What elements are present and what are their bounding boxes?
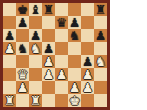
square-e6[interactable] <box>55 29 68 42</box>
piece-white-pawn-d4[interactable]: ♟ <box>43 55 54 68</box>
page-background: ♚♝♜♜♟♛♟♟♟♞♟♟♞♞♟♟♟♞♛♟♟♟♟♟♟♜♜♚ <box>0 0 147 110</box>
square-b8[interactable]: ♚ <box>16 3 29 16</box>
square-b6[interactable] <box>16 29 29 42</box>
piece-white-knight-c5[interactable]: ♞ <box>30 42 41 55</box>
square-d3[interactable]: ♟ <box>42 68 55 81</box>
square-g7[interactable] <box>81 16 94 29</box>
square-d8[interactable]: ♜ <box>42 3 55 16</box>
piece-black-pawn-b7[interactable]: ♟ <box>17 16 28 29</box>
square-d4[interactable]: ♟ <box>42 55 55 68</box>
piece-white-queen-b3[interactable]: ♛ <box>17 68 28 81</box>
square-c4[interactable] <box>29 55 42 68</box>
square-f2[interactable]: ♟ <box>68 81 81 94</box>
piece-black-pawn-g4[interactable]: ♟ <box>82 55 93 68</box>
piece-black-bishop-c8[interactable]: ♝ <box>30 3 41 16</box>
piece-black-knight-b5[interactable]: ♞ <box>17 42 28 55</box>
piece-white-pawn-d3[interactable]: ♟ <box>43 68 54 81</box>
square-f5[interactable] <box>68 42 81 55</box>
square-h5[interactable] <box>94 42 107 55</box>
piece-white-king-f1[interactable]: ♚ <box>69 94 80 107</box>
piece-black-pawn-a6[interactable]: ♟ <box>4 29 15 42</box>
piece-white-pawn-a5[interactable]: ♟ <box>4 42 15 55</box>
square-d2[interactable] <box>42 81 55 94</box>
square-a2[interactable] <box>3 81 16 94</box>
square-c3[interactable] <box>29 68 42 81</box>
square-c7[interactable] <box>29 16 42 29</box>
chess-board[interactable]: ♚♝♜♜♟♛♟♟♟♞♟♟♞♞♟♟♟♞♛♟♟♟♟♟♟♜♜♚ <box>3 3 107 107</box>
square-h3[interactable] <box>94 68 107 81</box>
square-f1[interactable]: ♚ <box>68 94 81 107</box>
piece-white-knight-h4[interactable]: ♞ <box>95 55 106 68</box>
piece-white-pawn-g2[interactable]: ♟ <box>82 81 93 94</box>
piece-white-rook-c1[interactable]: ♜ <box>30 94 41 107</box>
piece-white-pawn-b2[interactable]: ♟ <box>17 81 28 94</box>
square-f8[interactable] <box>68 3 81 16</box>
piece-black-pawn-c6[interactable]: ♟ <box>30 29 41 42</box>
square-c6[interactable]: ♟ <box>29 29 42 42</box>
piece-black-rook-d8[interactable]: ♜ <box>43 3 54 16</box>
square-e2[interactable] <box>55 81 68 94</box>
square-c5[interactable]: ♞ <box>29 42 42 55</box>
square-h2[interactable] <box>94 81 107 94</box>
square-d6[interactable] <box>42 29 55 42</box>
square-c8[interactable]: ♝ <box>29 3 42 16</box>
square-d7[interactable] <box>42 16 55 29</box>
piece-black-knight-f6[interactable]: ♞ <box>69 29 80 42</box>
chess-board-frame: ♚♝♜♜♟♛♟♟♟♞♟♟♞♞♟♟♟♞♛♟♟♟♟♟♟♜♜♚ <box>0 0 110 110</box>
square-e8[interactable] <box>55 3 68 16</box>
square-a3[interactable] <box>3 68 16 81</box>
square-e5[interactable] <box>55 42 68 55</box>
square-b5[interactable]: ♞ <box>16 42 29 55</box>
square-h7[interactable] <box>94 16 107 29</box>
piece-black-rook-h8[interactable]: ♜ <box>95 3 106 16</box>
square-a5[interactable]: ♟ <box>3 42 16 55</box>
square-c2[interactable] <box>29 81 42 94</box>
square-d5[interactable]: ♟ <box>42 42 55 55</box>
square-e3[interactable]: ♟ <box>55 68 68 81</box>
square-f7[interactable]: ♟ <box>68 16 81 29</box>
piece-white-rook-a1[interactable]: ♜ <box>4 94 15 107</box>
square-g5[interactable] <box>81 42 94 55</box>
square-f6[interactable]: ♞ <box>68 29 81 42</box>
square-c1[interactable]: ♜ <box>29 94 42 107</box>
square-h1[interactable] <box>94 94 107 107</box>
piece-black-pawn-d5[interactable]: ♟ <box>43 42 54 55</box>
piece-white-pawn-e3[interactable]: ♟ <box>56 68 67 81</box>
square-a8[interactable] <box>3 3 16 16</box>
piece-black-pawn-h6[interactable]: ♟ <box>95 29 106 42</box>
square-a1[interactable]: ♜ <box>3 94 16 107</box>
square-a7[interactable] <box>3 16 16 29</box>
piece-black-pawn-f7[interactable]: ♟ <box>69 16 80 29</box>
square-h4[interactable]: ♞ <box>94 55 107 68</box>
square-f3[interactable] <box>68 68 81 81</box>
piece-black-king-b8[interactable]: ♚ <box>17 3 28 16</box>
square-b7[interactable]: ♟ <box>16 16 29 29</box>
square-b4[interactable] <box>16 55 29 68</box>
square-a6[interactable]: ♟ <box>3 29 16 42</box>
square-b1[interactable] <box>16 94 29 107</box>
square-g3[interactable]: ♟ <box>81 68 94 81</box>
piece-white-pawn-g3[interactable]: ♟ <box>82 68 93 81</box>
square-g8[interactable] <box>81 3 94 16</box>
square-d1[interactable] <box>42 94 55 107</box>
square-a4[interactable] <box>3 55 16 68</box>
square-g2[interactable]: ♟ <box>81 81 94 94</box>
square-g6[interactable] <box>81 29 94 42</box>
square-e1[interactable] <box>55 94 68 107</box>
square-e4[interactable] <box>55 55 68 68</box>
square-e7[interactable]: ♛ <box>55 16 68 29</box>
square-b2[interactable]: ♟ <box>16 81 29 94</box>
square-h6[interactable]: ♟ <box>94 29 107 42</box>
square-b3[interactable]: ♛ <box>16 68 29 81</box>
square-g1[interactable] <box>81 94 94 107</box>
square-h8[interactable]: ♜ <box>94 3 107 16</box>
piece-white-pawn-f2[interactable]: ♟ <box>69 81 80 94</box>
square-f4[interactable] <box>68 55 81 68</box>
piece-black-queen-e7[interactable]: ♛ <box>56 16 67 29</box>
square-g4[interactable]: ♟ <box>81 55 94 68</box>
